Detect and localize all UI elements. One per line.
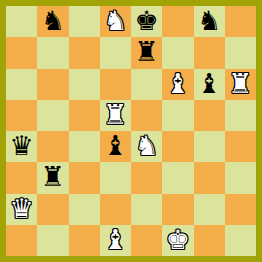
piece-black-queen-a4[interactable]: ♛ bbox=[10, 132, 34, 159]
square-d2[interactable] bbox=[100, 194, 131, 225]
square-h2[interactable] bbox=[225, 194, 256, 225]
piece-black-knight-g8[interactable]: ♞ bbox=[197, 7, 221, 34]
piece-white-queen-a2[interactable]: ♛ bbox=[10, 195, 34, 222]
square-f4[interactable] bbox=[162, 131, 193, 162]
square-h8[interactable] bbox=[225, 6, 256, 37]
piece-white-knight-d8[interactable]: ♞ bbox=[103, 7, 127, 34]
chess-board: ♞♞♚♞♜♝♝♜♜♛♝♞♜♛♝♚ bbox=[6, 6, 256, 256]
square-g3[interactable] bbox=[194, 162, 225, 193]
square-f3[interactable] bbox=[162, 162, 193, 193]
square-h3[interactable] bbox=[225, 162, 256, 193]
square-d4[interactable]: ♝ bbox=[100, 131, 131, 162]
square-h7[interactable] bbox=[225, 37, 256, 68]
square-e2[interactable] bbox=[131, 194, 162, 225]
square-e3[interactable] bbox=[131, 162, 162, 193]
square-c4[interactable] bbox=[69, 131, 100, 162]
square-b5[interactable] bbox=[37, 100, 68, 131]
square-b3[interactable]: ♜ bbox=[37, 162, 68, 193]
square-g7[interactable] bbox=[194, 37, 225, 68]
square-g4[interactable] bbox=[194, 131, 225, 162]
square-b4[interactable] bbox=[37, 131, 68, 162]
square-b7[interactable] bbox=[37, 37, 68, 68]
square-f2[interactable] bbox=[162, 194, 193, 225]
square-e4[interactable]: ♞ bbox=[131, 131, 162, 162]
piece-black-knight-b8[interactable]: ♞ bbox=[41, 7, 65, 34]
square-f1[interactable]: ♚ bbox=[162, 225, 193, 256]
square-c2[interactable] bbox=[69, 194, 100, 225]
square-c6[interactable] bbox=[69, 69, 100, 100]
square-b6[interactable] bbox=[37, 69, 68, 100]
square-a1[interactable] bbox=[6, 225, 37, 256]
piece-white-rook-d5[interactable]: ♜ bbox=[103, 101, 127, 128]
square-d7[interactable] bbox=[100, 37, 131, 68]
square-e7[interactable]: ♜ bbox=[131, 37, 162, 68]
square-c5[interactable] bbox=[69, 100, 100, 131]
square-a8[interactable] bbox=[6, 6, 37, 37]
piece-black-rook-b3[interactable]: ♜ bbox=[41, 163, 65, 190]
square-e1[interactable] bbox=[131, 225, 162, 256]
square-c1[interactable] bbox=[69, 225, 100, 256]
square-g6[interactable]: ♝ bbox=[194, 69, 225, 100]
square-h1[interactable] bbox=[225, 225, 256, 256]
square-c3[interactable] bbox=[69, 162, 100, 193]
piece-black-bishop-d4[interactable]: ♝ bbox=[103, 132, 127, 159]
square-a2[interactable]: ♛ bbox=[6, 194, 37, 225]
square-b8[interactable]: ♞ bbox=[37, 6, 68, 37]
square-d5[interactable]: ♜ bbox=[100, 100, 131, 131]
square-h6[interactable]: ♜ bbox=[225, 69, 256, 100]
square-g8[interactable]: ♞ bbox=[194, 6, 225, 37]
square-g1[interactable] bbox=[194, 225, 225, 256]
square-e6[interactable] bbox=[131, 69, 162, 100]
square-e5[interactable] bbox=[131, 100, 162, 131]
piece-white-knight-e4[interactable]: ♞ bbox=[135, 132, 159, 159]
square-c8[interactable] bbox=[69, 6, 100, 37]
square-a4[interactable]: ♛ bbox=[6, 131, 37, 162]
square-b1[interactable] bbox=[37, 225, 68, 256]
piece-black-bishop-g6[interactable]: ♝ bbox=[197, 70, 221, 97]
square-a3[interactable] bbox=[6, 162, 37, 193]
square-g2[interactable] bbox=[194, 194, 225, 225]
square-f5[interactable] bbox=[162, 100, 193, 131]
square-f6[interactable]: ♝ bbox=[162, 69, 193, 100]
square-a7[interactable] bbox=[6, 37, 37, 68]
square-g5[interactable] bbox=[194, 100, 225, 131]
board-frame: ♞♞♚♞♜♝♝♜♜♛♝♞♜♛♝♚ bbox=[0, 0, 262, 262]
square-a6[interactable] bbox=[6, 69, 37, 100]
square-h5[interactable] bbox=[225, 100, 256, 131]
square-e8[interactable]: ♚ bbox=[131, 6, 162, 37]
piece-black-king-e8[interactable]: ♚ bbox=[135, 7, 159, 34]
square-b2[interactable] bbox=[37, 194, 68, 225]
square-d8[interactable]: ♞ bbox=[100, 6, 131, 37]
square-h4[interactable] bbox=[225, 131, 256, 162]
square-d3[interactable] bbox=[100, 162, 131, 193]
piece-black-rook-e7[interactable]: ♜ bbox=[135, 38, 159, 65]
piece-white-rook-h6[interactable]: ♜ bbox=[228, 70, 252, 97]
square-f7[interactable] bbox=[162, 37, 193, 68]
piece-white-bishop-d1[interactable]: ♝ bbox=[103, 226, 127, 253]
square-d6[interactable] bbox=[100, 69, 131, 100]
square-f8[interactable] bbox=[162, 6, 193, 37]
square-a5[interactable] bbox=[6, 100, 37, 131]
piece-white-bishop-f6[interactable]: ♝ bbox=[166, 70, 190, 97]
square-d1[interactable]: ♝ bbox=[100, 225, 131, 256]
square-c7[interactable] bbox=[69, 37, 100, 68]
piece-white-king-f1[interactable]: ♚ bbox=[166, 226, 190, 253]
